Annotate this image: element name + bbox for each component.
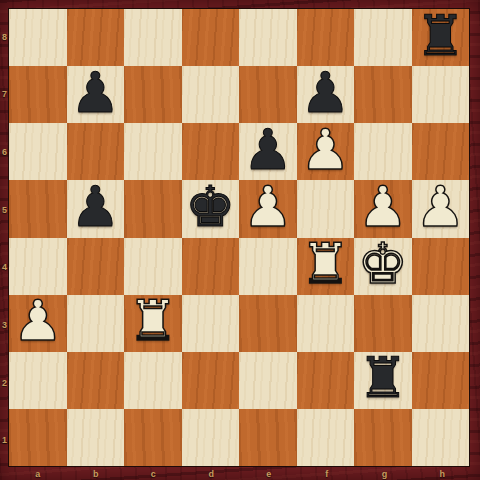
square-c1[interactable] (124, 409, 182, 466)
square-d1[interactable] (182, 409, 240, 466)
square-h8[interactable]: ♜ (412, 9, 470, 66)
square-a5[interactable] (9, 180, 67, 237)
square-g5[interactable]: ♟ (354, 180, 412, 237)
piece-black-pawn-b7[interactable]: ♟ (70, 66, 120, 121)
square-f6[interactable]: ♟ (297, 123, 355, 180)
piece-white-pawn-h5[interactable]: ♟ (415, 180, 465, 235)
rank-coordinates: 87654321 (0, 8, 9, 469)
piece-white-pawn-g5[interactable]: ♟ (358, 180, 408, 235)
file-label-a: a (9, 468, 67, 480)
square-d2[interactable] (182, 352, 240, 409)
square-c4[interactable] (124, 238, 182, 295)
piece-black-pawn-e6[interactable]: ♟ (243, 123, 293, 178)
rank-label-3: 3 (0, 296, 9, 354)
square-g6[interactable] (354, 123, 412, 180)
file-coordinates: abcdefgh (9, 468, 471, 480)
square-g3[interactable] (354, 295, 412, 352)
square-e3[interactable] (239, 295, 297, 352)
square-h1[interactable] (412, 409, 470, 466)
square-d5[interactable]: ♚ (182, 180, 240, 237)
piece-white-pawn-e5[interactable]: ♟ (243, 180, 293, 235)
square-f5[interactable] (297, 180, 355, 237)
square-f4[interactable]: ♜ (297, 238, 355, 295)
piece-black-king-d5[interactable]: ♚ (185, 180, 235, 235)
square-c6[interactable] (124, 123, 182, 180)
square-d7[interactable] (182, 66, 240, 123)
square-e6[interactable]: ♟ (239, 123, 297, 180)
file-label-b: b (67, 468, 125, 480)
square-a6[interactable] (9, 123, 67, 180)
square-c8[interactable] (124, 9, 182, 66)
square-d8[interactable] (182, 9, 240, 66)
square-e4[interactable] (239, 238, 297, 295)
square-g1[interactable] (354, 409, 412, 466)
rank-label-1: 1 (0, 411, 9, 469)
square-e5[interactable]: ♟ (239, 180, 297, 237)
piece-white-pawn-a3[interactable]: ♟ (13, 295, 63, 350)
file-label-h: h (413, 468, 471, 480)
rank-label-5: 5 (0, 181, 9, 239)
rank-label-6: 6 (0, 123, 9, 181)
file-label-f: f (298, 468, 356, 480)
square-b5[interactable]: ♟ (67, 180, 125, 237)
square-b6[interactable] (67, 123, 125, 180)
square-a7[interactable] (9, 66, 67, 123)
square-g7[interactable] (354, 66, 412, 123)
square-e1[interactable] (239, 409, 297, 466)
square-f8[interactable] (297, 9, 355, 66)
square-g8[interactable] (354, 9, 412, 66)
square-e7[interactable] (239, 66, 297, 123)
piece-black-rook-h8[interactable]: ♜ (415, 9, 465, 64)
piece-white-king-g4[interactable]: ♚ (358, 238, 408, 293)
rank-label-4: 4 (0, 239, 9, 297)
square-c7[interactable] (124, 66, 182, 123)
piece-black-rook-g2[interactable]: ♜ (358, 352, 408, 407)
piece-white-rook-c3[interactable]: ♜ (128, 295, 178, 350)
square-g4[interactable]: ♚ (354, 238, 412, 295)
square-h3[interactable] (412, 295, 470, 352)
square-b4[interactable] (67, 238, 125, 295)
piece-white-pawn-f6[interactable]: ♟ (300, 123, 350, 178)
square-g2[interactable]: ♜ (354, 352, 412, 409)
square-f2[interactable] (297, 352, 355, 409)
square-c5[interactable] (124, 180, 182, 237)
square-h7[interactable] (412, 66, 470, 123)
square-e2[interactable] (239, 352, 297, 409)
rank-label-8: 8 (0, 8, 9, 66)
square-h5[interactable]: ♟ (412, 180, 470, 237)
square-c3[interactable]: ♜ (124, 295, 182, 352)
rank-label-2: 2 (0, 354, 9, 412)
square-a3[interactable]: ♟ (9, 295, 67, 352)
piece-black-pawn-f7[interactable]: ♟ (300, 66, 350, 121)
square-f1[interactable] (297, 409, 355, 466)
square-b2[interactable] (67, 352, 125, 409)
rank-label-7: 7 (0, 66, 9, 124)
piece-white-rook-f4[interactable]: ♜ (300, 238, 350, 293)
square-h2[interactable] (412, 352, 470, 409)
file-label-e: e (240, 468, 298, 480)
square-a8[interactable] (9, 9, 67, 66)
square-b7[interactable]: ♟ (67, 66, 125, 123)
file-label-d: d (182, 468, 240, 480)
square-d6[interactable] (182, 123, 240, 180)
square-a1[interactable] (9, 409, 67, 466)
square-a2[interactable] (9, 352, 67, 409)
square-d3[interactable] (182, 295, 240, 352)
file-label-c: c (125, 468, 183, 480)
square-h6[interactable] (412, 123, 470, 180)
chess-board-frame: ♜♟♟♟♟♟♚♟♟♟♜♚♟♜♜ 87654321 abcdefgh (0, 0, 480, 480)
square-f7[interactable]: ♟ (297, 66, 355, 123)
square-c2[interactable] (124, 352, 182, 409)
square-b8[interactable] (67, 9, 125, 66)
file-label-g: g (356, 468, 414, 480)
square-b3[interactable] (67, 295, 125, 352)
piece-black-pawn-b5[interactable]: ♟ (70, 180, 120, 235)
square-b1[interactable] (67, 409, 125, 466)
chess-board: ♜♟♟♟♟♟♚♟♟♟♜♚♟♜♜ (8, 8, 470, 467)
square-h4[interactable] (412, 238, 470, 295)
square-d4[interactable] (182, 238, 240, 295)
square-a4[interactable] (9, 238, 67, 295)
square-e8[interactable] (239, 9, 297, 66)
square-f3[interactable] (297, 295, 355, 352)
